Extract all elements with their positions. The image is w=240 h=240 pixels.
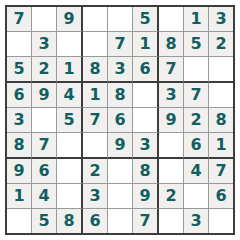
cell-r1c1[interactable]: 7 [7,7,32,32]
cell-r8c7[interactable]: 2 [159,184,184,209]
cell-r4c4[interactable]: 1 [83,83,108,108]
cell-r4c8[interactable]: 7 [184,83,209,108]
cell-r8c1[interactable]: 1 [7,184,32,209]
cell-r9c1[interactable] [7,209,32,233]
cell-r1c6[interactable]: 5 [133,7,159,32]
cell-r5c3[interactable]: 5 [57,108,83,133]
cell-r8c6[interactable]: 9 [133,184,159,209]
sudoku-board: 7951337185252183676941837357692887936196… [5,5,235,235]
cell-r2c5[interactable]: 7 [108,32,133,57]
cell-r5c1[interactable]: 3 [7,108,32,133]
cell-r6c8[interactable]: 6 [184,133,209,159]
cell-r9c4[interactable]: 6 [83,209,108,233]
cell-r6c1[interactable]: 8 [7,133,32,159]
cell-r5c7[interactable]: 9 [159,108,184,133]
cell-r4c9[interactable] [209,83,233,108]
cell-r2c7[interactable]: 8 [159,32,184,57]
cell-r3c6[interactable]: 6 [133,57,159,83]
cell-r7c6[interactable]: 8 [133,159,159,184]
cell-r1c9[interactable]: 3 [209,7,233,32]
cell-r8c5[interactable] [108,184,133,209]
cell-r9c2[interactable]: 5 [32,209,57,233]
cell-r5c9[interactable]: 8 [209,108,233,133]
cell-r1c7[interactable] [159,7,184,32]
cell-r6c6[interactable]: 3 [133,133,159,159]
cell-r7c4[interactable]: 2 [83,159,108,184]
cell-r8c3[interactable] [57,184,83,209]
cell-r4c5[interactable]: 8 [108,83,133,108]
cell-r4c1[interactable]: 6 [7,83,32,108]
cell-r6c2[interactable]: 7 [32,133,57,159]
cell-r3c3[interactable]: 1 [57,57,83,83]
cell-r1c2[interactable] [32,7,57,32]
cell-r8c2[interactable]: 4 [32,184,57,209]
cell-r7c8[interactable]: 4 [184,159,209,184]
cell-r2c8[interactable]: 5 [184,32,209,57]
cell-r9c6[interactable]: 7 [133,209,159,233]
cell-r1c3[interactable]: 9 [57,7,83,32]
cell-r4c6[interactable] [133,83,159,108]
cell-r6c5[interactable]: 9 [108,133,133,159]
cell-r2c3[interactable] [57,32,83,57]
cell-r5c8[interactable]: 2 [184,108,209,133]
cell-r4c2[interactable]: 9 [32,83,57,108]
cell-r7c1[interactable]: 9 [7,159,32,184]
cell-r7c5[interactable] [108,159,133,184]
cell-r6c9[interactable]: 1 [209,133,233,159]
cell-r8c8[interactable] [184,184,209,209]
cell-r9c8[interactable]: 3 [184,209,209,233]
cell-r2c1[interactable] [7,32,32,57]
cell-r1c4[interactable] [83,7,108,32]
cell-r5c2[interactable] [32,108,57,133]
cell-r2c9[interactable]: 2 [209,32,233,57]
cell-r4c3[interactable]: 4 [57,83,83,108]
cell-r6c4[interactable] [83,133,108,159]
cell-r2c4[interactable] [83,32,108,57]
cell-r2c2[interactable]: 3 [32,32,57,57]
cell-r3c5[interactable]: 3 [108,57,133,83]
cell-r1c5[interactable] [108,7,133,32]
cell-r5c5[interactable]: 6 [108,108,133,133]
cell-r6c7[interactable] [159,133,184,159]
cell-r7c2[interactable]: 6 [32,159,57,184]
cell-r7c9[interactable]: 7 [209,159,233,184]
cell-r3c8[interactable] [184,57,209,83]
cell-r3c1[interactable]: 5 [7,57,32,83]
cell-r8c9[interactable]: 6 [209,184,233,209]
cell-r1c8[interactable]: 1 [184,7,209,32]
cell-r3c2[interactable]: 2 [32,57,57,83]
cell-r7c3[interactable] [57,159,83,184]
cell-r9c3[interactable]: 8 [57,209,83,233]
cell-r3c7[interactable]: 7 [159,57,184,83]
cell-r3c9[interactable] [209,57,233,83]
cell-r5c4[interactable]: 7 [83,108,108,133]
cell-r4c7[interactable]: 3 [159,83,184,108]
cell-r9c5[interactable] [108,209,133,233]
cell-r9c9[interactable] [209,209,233,233]
cell-r7c7[interactable] [159,159,184,184]
cell-r6c3[interactable] [57,133,83,159]
cell-r2c6[interactable]: 1 [133,32,159,57]
cell-r8c4[interactable]: 3 [83,184,108,209]
cell-r9c7[interactable] [159,209,184,233]
cell-r5c6[interactable] [133,108,159,133]
cell-r3c4[interactable]: 8 [83,57,108,83]
